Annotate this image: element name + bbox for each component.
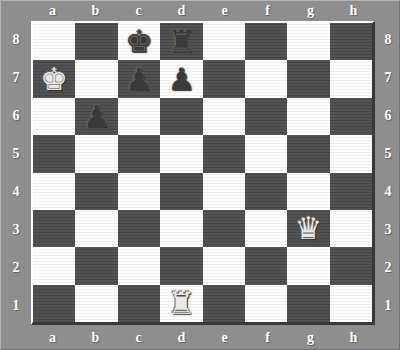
file-label-d: d — [160, 325, 203, 350]
file-label-a: a — [31, 325, 74, 350]
square-g2[interactable] — [287, 247, 329, 284]
file-label-c: c — [117, 325, 160, 350]
square-f6[interactable] — [245, 98, 287, 135]
square-f2[interactable] — [245, 247, 287, 284]
square-a3[interactable] — [33, 210, 75, 247]
square-h7[interactable] — [330, 60, 372, 97]
piece-black-king[interactable]: ♚ — [125, 26, 153, 57]
rank-label-5: 5 — [375, 135, 400, 173]
piece-white-queen[interactable]: ♛ — [295, 213, 323, 244]
square-d4[interactable] — [160, 173, 202, 210]
rank-label-1: 1 — [375, 287, 400, 325]
file-label-e: e — [203, 1, 246, 21]
rank-labels-left: 87654321 — [1, 21, 31, 325]
rank-label-3: 3 — [1, 211, 31, 249]
square-a4[interactable] — [33, 173, 75, 210]
square-b6[interactable]: ♟ — [75, 98, 117, 135]
square-d1[interactable]: ♜ — [160, 285, 202, 322]
rank-label-5: 5 — [1, 135, 31, 173]
rank-label-4: 4 — [1, 173, 31, 211]
file-label-h: h — [332, 325, 375, 350]
rank-label-8: 8 — [1, 21, 31, 59]
square-e7[interactable] — [203, 60, 245, 97]
square-b4[interactable] — [75, 173, 117, 210]
square-g1[interactable] — [287, 285, 329, 322]
square-d7[interactable]: ♟ — [160, 60, 202, 97]
square-g4[interactable] — [287, 173, 329, 210]
file-label-h: h — [332, 1, 375, 21]
square-e8[interactable] — [203, 23, 245, 60]
rank-label-4: 4 — [375, 173, 400, 211]
square-h1[interactable] — [330, 285, 372, 322]
rank-label-2: 2 — [1, 249, 31, 287]
square-c6[interactable] — [118, 98, 160, 135]
square-f5[interactable] — [245, 135, 287, 172]
square-c8[interactable]: ♚ — [118, 23, 160, 60]
square-h4[interactable] — [330, 173, 372, 210]
file-label-f: f — [246, 1, 289, 21]
piece-white-king[interactable]: ♚ — [40, 64, 68, 95]
rank-label-6: 6 — [375, 97, 400, 135]
square-f7[interactable] — [245, 60, 287, 97]
square-h6[interactable] — [330, 98, 372, 135]
rank-label-7: 7 — [375, 59, 400, 97]
square-h8[interactable] — [330, 23, 372, 60]
file-label-f: f — [246, 325, 289, 350]
piece-white-rook[interactable]: ♜ — [167, 288, 195, 319]
chess-board-frame: abcdefgh 87654321 87654321 abcdefgh ♚♜♚♟… — [0, 0, 400, 350]
file-label-e: e — [203, 325, 246, 350]
piece-black-pawn[interactable]: ♟ — [167, 64, 195, 95]
square-g7[interactable] — [287, 60, 329, 97]
file-label-g: g — [289, 325, 332, 350]
square-b5[interactable] — [75, 135, 117, 172]
square-f8[interactable] — [245, 23, 287, 60]
square-e2[interactable] — [203, 247, 245, 284]
rank-label-1: 1 — [1, 287, 31, 325]
square-c5[interactable] — [118, 135, 160, 172]
file-label-b: b — [74, 1, 117, 21]
square-g8[interactable] — [287, 23, 329, 60]
square-f4[interactable] — [245, 173, 287, 210]
square-c2[interactable] — [118, 247, 160, 284]
rank-label-8: 8 — [375, 21, 400, 59]
file-labels-top: abcdefgh — [31, 1, 375, 21]
square-a5[interactable] — [33, 135, 75, 172]
square-e1[interactable] — [203, 285, 245, 322]
square-a7[interactable]: ♚ — [33, 60, 75, 97]
square-f3[interactable] — [245, 210, 287, 247]
square-c3[interactable] — [118, 210, 160, 247]
rank-label-2: 2 — [375, 249, 400, 287]
square-d5[interactable] — [160, 135, 202, 172]
square-d8[interactable]: ♜ — [160, 23, 202, 60]
square-a1[interactable] — [33, 285, 75, 322]
square-b7[interactable] — [75, 60, 117, 97]
square-e6[interactable] — [203, 98, 245, 135]
file-label-c: c — [117, 1, 160, 21]
square-g5[interactable] — [287, 135, 329, 172]
square-e5[interactable] — [203, 135, 245, 172]
square-d2[interactable] — [160, 247, 202, 284]
square-a6[interactable] — [33, 98, 75, 135]
square-h3[interactable] — [330, 210, 372, 247]
rank-labels-right: 87654321 — [375, 21, 400, 325]
file-label-b: b — [74, 325, 117, 350]
file-label-g: g — [289, 1, 332, 21]
square-e3[interactable] — [203, 210, 245, 247]
chess-board: ♚♜♚♟♟♟♛♜ — [31, 21, 375, 325]
square-c1[interactable] — [118, 285, 160, 322]
square-e4[interactable] — [203, 173, 245, 210]
square-g3[interactable]: ♛ — [287, 210, 329, 247]
square-h2[interactable] — [330, 247, 372, 284]
rank-label-6: 6 — [1, 97, 31, 135]
file-label-d: d — [160, 1, 203, 21]
square-b1[interactable] — [75, 285, 117, 322]
square-a2[interactable] — [33, 247, 75, 284]
square-d6[interactable] — [160, 98, 202, 135]
square-g6[interactable] — [287, 98, 329, 135]
square-h5[interactable] — [330, 135, 372, 172]
square-b3[interactable] — [75, 210, 117, 247]
rank-label-7: 7 — [1, 59, 31, 97]
square-a8[interactable] — [33, 23, 75, 60]
piece-black-pawn[interactable]: ♟ — [125, 64, 153, 95]
square-c4[interactable] — [118, 173, 160, 210]
file-label-a: a — [31, 1, 74, 21]
square-b2[interactable] — [75, 247, 117, 284]
square-f1[interactable] — [245, 285, 287, 322]
rank-label-3: 3 — [375, 211, 400, 249]
square-b8[interactable] — [75, 23, 117, 60]
piece-black-pawn[interactable]: ♟ — [83, 101, 111, 132]
file-labels-bottom: abcdefgh — [31, 325, 375, 350]
square-d3[interactable] — [160, 210, 202, 247]
piece-black-rook[interactable]: ♜ — [167, 26, 195, 57]
square-c7[interactable]: ♟ — [118, 60, 160, 97]
